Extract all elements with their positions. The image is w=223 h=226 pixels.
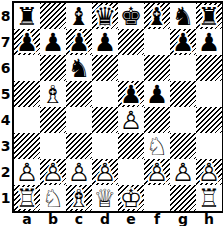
square-f1[interactable]	[144, 185, 170, 211]
square-b8[interactable]	[40, 3, 66, 29]
square-g3[interactable]	[170, 133, 196, 159]
square-h5[interactable]	[196, 81, 222, 107]
rank-label-2: 2	[0, 159, 11, 185]
rank-label-5: 5	[0, 81, 11, 107]
square-c3[interactable]	[66, 133, 92, 159]
square-h1[interactable]: ♜♖	[196, 185, 222, 211]
white-pawn-icon[interactable]: ♙	[14, 159, 40, 185]
black-rook-icon[interactable]: ♜	[196, 3, 222, 29]
square-b2[interactable]: ♟♙	[40, 159, 66, 185]
white-knight-icon[interactable]: ♘	[144, 133, 170, 159]
white-king-icon[interactable]: ♔	[118, 185, 144, 211]
black-pawn-icon[interactable]: ♟	[144, 81, 170, 107]
square-h7[interactable]: ♟♟	[196, 29, 222, 55]
square-e2[interactable]	[118, 159, 144, 185]
black-pawn-icon[interactable]: ♟	[170, 29, 196, 55]
black-knight-icon[interactable]: ♞	[66, 55, 92, 81]
black-pawn-icon[interactable]: ♟	[196, 29, 222, 55]
chess-diagram: ♜♜♝♝♛♛♚♚♝♝♞♞♜♜♟♟♟♟♟♟♟♟♟♟♟♟♞♞♝♗♟♟♟♟♟♙♞♘♟♙…	[0, 0, 223, 226]
square-d7[interactable]: ♟♟	[92, 29, 118, 55]
square-d6[interactable]	[92, 55, 118, 81]
square-f8[interactable]: ♝♝	[144, 3, 170, 29]
square-e6[interactable]	[118, 55, 144, 81]
black-bishop-icon[interactable]: ♝	[66, 3, 92, 29]
rank-label-6: 6	[0, 55, 11, 81]
square-b6[interactable]	[40, 55, 66, 81]
square-e5[interactable]: ♟♟	[118, 81, 144, 107]
square-f3[interactable]: ♞♘	[144, 133, 170, 159]
white-bishop-icon[interactable]: ♗	[40, 81, 66, 107]
square-e7[interactable]	[118, 29, 144, 55]
square-a5[interactable]	[14, 81, 40, 107]
square-e1[interactable]: ♚♔	[118, 185, 144, 211]
square-g8[interactable]: ♞♞	[170, 3, 196, 29]
square-a3[interactable]	[14, 133, 40, 159]
square-d4[interactable]	[92, 107, 118, 133]
square-g7[interactable]: ♟♟	[170, 29, 196, 55]
white-rook-icon[interactable]: ♖	[196, 185, 222, 211]
file-label-e: e	[118, 212, 144, 226]
square-a1[interactable]: ♜♖	[14, 185, 40, 211]
file-label-g: g	[170, 212, 196, 226]
rank-label-8: 8	[0, 3, 11, 29]
square-c4[interactable]	[66, 107, 92, 133]
square-e4[interactable]: ♟♙	[118, 107, 144, 133]
square-b4[interactable]	[40, 107, 66, 133]
white-pawn-icon[interactable]: ♙	[92, 159, 118, 185]
black-knight-icon[interactable]: ♞	[170, 3, 196, 29]
white-pawn-icon[interactable]: ♙	[66, 159, 92, 185]
square-c8[interactable]: ♝♝	[66, 3, 92, 29]
white-pawn-icon[interactable]: ♙	[144, 159, 170, 185]
square-b1[interactable]: ♞♘	[40, 185, 66, 211]
black-pawn-icon[interactable]: ♟	[40, 29, 66, 55]
square-f7[interactable]	[144, 29, 170, 55]
white-queen-icon[interactable]: ♕	[92, 185, 118, 211]
black-pawn-icon[interactable]: ♟	[118, 81, 144, 107]
square-c2[interactable]: ♟♙	[66, 159, 92, 185]
white-knight-icon[interactable]: ♘	[40, 185, 66, 211]
rank-label-4: 4	[0, 107, 11, 133]
square-d3[interactable]	[92, 133, 118, 159]
file-label-c: c	[66, 212, 92, 226]
square-d1[interactable]: ♛♕	[92, 185, 118, 211]
white-pawn-icon[interactable]: ♙	[196, 159, 222, 185]
chess-board: ♜♜♝♝♛♛♚♚♝♝♞♞♜♜♟♟♟♟♟♟♟♟♟♟♟♟♞♞♝♗♟♟♟♟♟♙♞♘♟♙…	[12, 1, 223, 213]
square-g4[interactable]	[170, 107, 196, 133]
rank-label-1: 1	[0, 185, 11, 211]
white-pawn-icon[interactable]: ♙	[40, 159, 66, 185]
square-h8[interactable]: ♜♜	[196, 3, 222, 29]
square-a7[interactable]: ♟♟	[14, 29, 40, 55]
square-h6[interactable]	[196, 55, 222, 81]
square-a2[interactable]: ♟♙	[14, 159, 40, 185]
square-g1[interactable]	[170, 185, 196, 211]
square-h2[interactable]: ♟♙	[196, 159, 222, 185]
square-a6[interactable]	[14, 55, 40, 81]
square-e8[interactable]: ♚♚	[118, 3, 144, 29]
square-d5[interactable]	[92, 81, 118, 107]
file-label-f: f	[144, 212, 170, 226]
square-g5[interactable]	[170, 81, 196, 107]
white-pawn-icon[interactable]: ♙	[170, 159, 196, 185]
square-f4[interactable]	[144, 107, 170, 133]
black-bishop-icon[interactable]: ♝	[144, 3, 170, 29]
square-d2[interactable]: ♟♙	[92, 159, 118, 185]
black-pawn-icon[interactable]: ♟	[14, 29, 40, 55]
rank-label-3: 3	[0, 133, 11, 159]
black-rook-icon[interactable]: ♜	[14, 3, 40, 29]
square-c5[interactable]	[66, 81, 92, 107]
black-pawn-icon[interactable]: ♟	[92, 29, 118, 55]
file-label-d: d	[92, 212, 118, 226]
square-h3[interactable]	[196, 133, 222, 159]
square-f5[interactable]: ♟♟	[144, 81, 170, 107]
square-b7[interactable]: ♟♟	[40, 29, 66, 55]
square-c1[interactable]: ♝♗	[66, 185, 92, 211]
white-rook-icon[interactable]: ♖	[14, 185, 40, 211]
white-pawn-icon[interactable]: ♙	[118, 107, 144, 133]
black-king-icon[interactable]: ♚	[118, 3, 144, 29]
square-c7[interactable]: ♟♟	[66, 29, 92, 55]
square-h4[interactable]	[196, 107, 222, 133]
square-g6[interactable]	[170, 55, 196, 81]
square-a8[interactable]: ♜♜	[14, 3, 40, 29]
file-label-b: b	[40, 212, 66, 226]
black-queen-icon[interactable]: ♛	[92, 3, 118, 29]
rank-label-7: 7	[0, 29, 11, 55]
square-b5[interactable]: ♝♗	[40, 81, 66, 107]
square-e3[interactable]	[118, 133, 144, 159]
white-bishop-icon[interactable]: ♗	[66, 185, 92, 211]
square-f2[interactable]: ♟♙	[144, 159, 170, 185]
square-d8[interactable]: ♛♛	[92, 3, 118, 29]
square-c6[interactable]: ♞♞	[66, 55, 92, 81]
square-g2[interactable]: ♟♙	[170, 159, 196, 185]
square-b3[interactable]	[40, 133, 66, 159]
black-pawn-icon[interactable]: ♟	[66, 29, 92, 55]
file-label-a: a	[14, 212, 40, 226]
square-a4[interactable]	[14, 107, 40, 133]
square-f6[interactable]	[144, 55, 170, 81]
file-label-h: h	[196, 212, 222, 226]
